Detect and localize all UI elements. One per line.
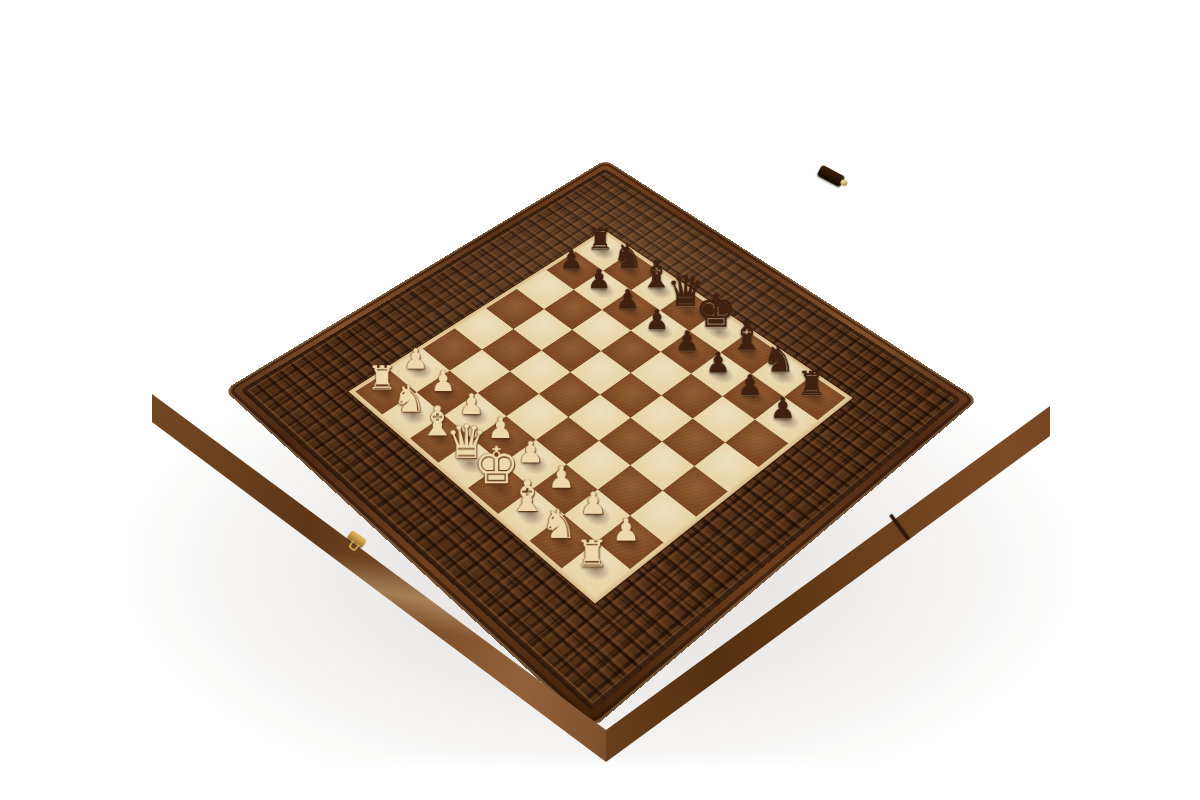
- piece-glyph: ♜: [797, 367, 827, 400]
- piece-glyph: ♟: [403, 345, 428, 373]
- piece-glyph: ♞: [541, 504, 577, 544]
- board-outer-rim: ♜♞♝♛♚♝♞♜♟♟♟♟♟♟♟♟♟♟♟♟♟♟♟♟♜♞♝♛♚♝♞♜: [224, 160, 978, 729]
- product-photo: ♜♞♝♛♚♝♞♜♟♟♟♟♟♟♟♟♟♟♟♟♟♟♟♟♜♞♝♛♚♝♞♜: [0, 0, 1200, 800]
- piece-glyph: ♟: [706, 349, 731, 377]
- piece-glyph: ♟: [560, 246, 583, 272]
- piece-glyph: ♟: [616, 286, 640, 313]
- piece-glyph: ♟: [587, 266, 611, 292]
- piece-glyph: ♞: [763, 341, 796, 377]
- piece-glyph: ♟: [430, 367, 455, 395]
- piece-glyph: ♝: [729, 316, 764, 355]
- playing-grid: ♜♞♝♛♚♝♞♜♟♟♟♟♟♟♟♟♟♟♟♟♟♟♟♟♜♞♝♛♚♝♞♜: [355, 234, 845, 597]
- piece-glyph: ♜: [575, 535, 608, 572]
- maple-frame: ♜♞♝♛♚♝♞♜♟♟♟♟♟♟♟♟♟♟♟♟♟♟♟♟♜♞♝♛♚♝♞♜: [348, 229, 852, 603]
- piece-glyph: ♟: [675, 327, 700, 355]
- piece-glyph: ♟: [580, 488, 607, 519]
- carved-border: ♜♞♝♛♚♝♞♜♟♟♟♟♟♟♟♟♟♟♟♟♟♟♟♟♜♞♝♛♚♝♞♜: [240, 169, 961, 712]
- scene: ♜♞♝♛♚♝♞♜♟♟♟♟♟♟♟♟♟♟♟♟♟♟♟♟♜♞♝♛♚♝♞♜: [0, 0, 1200, 800]
- piece-glyph: ♟: [548, 462, 575, 492]
- chess-board: ♜♞♝♛♚♝♞♜♟♟♟♟♟♟♟♟♟♟♟♟♟♟♟♟♜♞♝♛♚♝♞♜: [224, 160, 978, 729]
- piece-glyph: ♜: [587, 224, 614, 254]
- piece-glyph: ♟: [770, 394, 796, 423]
- piece-glyph: ♟: [645, 306, 669, 333]
- piece-glyph: ♟: [612, 514, 640, 545]
- piece-glyph: ♟: [737, 371, 762, 399]
- piece-glyph: ♟: [517, 437, 544, 467]
- piece-glyph: ♞: [613, 239, 643, 273]
